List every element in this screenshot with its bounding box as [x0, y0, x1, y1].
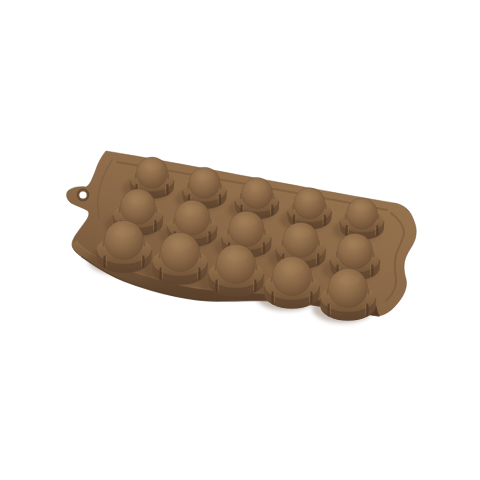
dome-highlight — [114, 226, 135, 238]
dome-highlight — [249, 182, 266, 191]
dome-highlight — [282, 262, 303, 274]
mold — [67, 151, 417, 323]
dome-highlight — [346, 238, 365, 249]
tab-hole — [79, 191, 86, 198]
chocolate-mold-illustration — [0, 0, 480, 480]
dome-highlight — [144, 161, 161, 170]
dome-highlight — [338, 274, 359, 286]
dome-highlight — [184, 205, 203, 216]
dome-highlight — [170, 238, 191, 250]
dome-highlight — [292, 227, 311, 238]
dome-highlight — [238, 216, 257, 227]
dome-highlight — [302, 192, 319, 201]
dome-highlight — [354, 202, 371, 211]
dome-highlight — [129, 194, 148, 205]
dome-highlight — [226, 250, 247, 262]
dome-highlight — [197, 172, 214, 181]
product-photo — [0, 0, 480, 480]
